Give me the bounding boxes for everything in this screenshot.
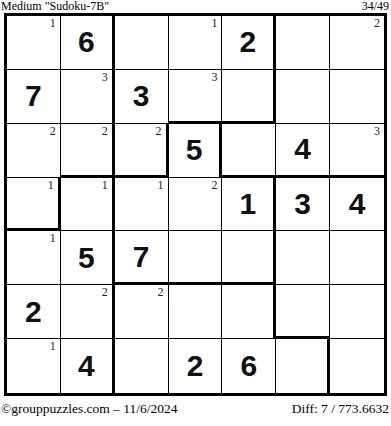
corner-hint: 2 xyxy=(102,125,108,137)
cell-r7c6[interactable] xyxy=(276,339,330,393)
given-digit: 5 xyxy=(61,231,112,284)
cell-r4c7: 4 xyxy=(330,178,384,232)
cell-r7c1[interactable]: 1 xyxy=(7,339,61,393)
cell-r5c5[interactable] xyxy=(222,231,276,285)
cell-counter: 34/49 xyxy=(362,0,389,12)
cell-r4c1[interactable]: 1 xyxy=(7,178,61,232)
given-digit: 2 xyxy=(222,16,273,69)
given-digit: 7 xyxy=(7,70,60,123)
given-digit: 4 xyxy=(330,178,384,231)
corner-hint: 1 xyxy=(48,179,54,191)
cell-r1c6[interactable] xyxy=(276,16,330,70)
cell-r1c2: 6 xyxy=(61,16,115,70)
given-digit: 3 xyxy=(115,70,168,123)
cell-r3c6: 4 xyxy=(276,124,330,178)
corner-hint: 2 xyxy=(158,286,164,298)
given-digit: 3 xyxy=(276,178,329,231)
given-digit: 6 xyxy=(222,339,275,393)
cell-r4c2[interactable]: 1 xyxy=(61,178,115,232)
copyright-date: ©grouppuzzles.com – 11/6/2024 xyxy=(1,402,178,416)
cell-r6c1: 2 xyxy=(7,285,61,339)
cell-r7c4: 2 xyxy=(169,339,223,393)
cell-r4c5: 1 xyxy=(222,178,276,232)
given-digit: 7 xyxy=(115,231,168,282)
cell-r1c4[interactable]: 1 xyxy=(169,16,223,70)
cell-r3c1[interactable]: 2 xyxy=(7,124,61,178)
cell-r6c4[interactable] xyxy=(169,285,223,339)
corner-hint: 2 xyxy=(156,125,162,137)
cell-r5c3: 7 xyxy=(115,231,169,285)
cell-r4c6: 3 xyxy=(276,178,330,232)
corner-hint: 1 xyxy=(211,17,217,29)
corner-hint: 2 xyxy=(50,125,56,137)
given-digit: 4 xyxy=(61,339,112,393)
cell-r3c7[interactable]: 3 xyxy=(330,124,384,178)
corner-hint: 3 xyxy=(211,71,217,83)
cell-r2c2[interactable]: 3 xyxy=(61,70,115,124)
corner-hint: 2 xyxy=(374,17,380,29)
given-digit: 1 xyxy=(222,178,273,231)
corner-hint: 3 xyxy=(374,125,380,137)
cell-r7c5: 6 xyxy=(222,339,276,393)
sudoku-board: 16122733322254311121341572221426 xyxy=(4,13,387,396)
corner-hint: 1 xyxy=(50,340,56,352)
corner-hint: 1 xyxy=(50,232,56,244)
cell-r5c7[interactable] xyxy=(330,231,384,285)
cell-r6c5[interactable] xyxy=(222,285,276,339)
cell-r2c4[interactable]: 3 xyxy=(169,70,223,124)
cell-r1c7[interactable]: 2 xyxy=(330,16,384,70)
cell-r6c2[interactable]: 2 xyxy=(61,285,115,339)
cell-r2c1: 7 xyxy=(7,70,61,124)
cell-r7c3[interactable] xyxy=(115,339,169,393)
cell-r4c3[interactable]: 1 xyxy=(115,178,169,232)
cell-r5c4[interactable] xyxy=(169,231,223,285)
cell-r2c6[interactable] xyxy=(276,70,330,124)
cell-r2c3: 3 xyxy=(115,70,169,124)
cell-r7c2: 4 xyxy=(61,339,115,393)
cell-r2c7[interactable] xyxy=(330,70,384,124)
cell-r4c4[interactable]: 2 xyxy=(169,178,223,232)
header: Medium "Sudoku-7B" 34/49 xyxy=(0,0,391,13)
cell-r1c3[interactable] xyxy=(115,16,169,70)
cell-r3c3[interactable]: 2 xyxy=(115,124,169,178)
cell-r5c1[interactable]: 1 xyxy=(7,231,61,285)
cell-r3c2[interactable]: 2 xyxy=(61,124,115,178)
cell-r6c6[interactable] xyxy=(276,285,330,339)
cell-r2c5[interactable] xyxy=(222,70,276,124)
cell-r6c3[interactable]: 2 xyxy=(115,285,169,339)
corner-hint: 1 xyxy=(50,17,56,29)
cell-r5c2: 5 xyxy=(61,231,115,285)
given-digit: 6 xyxy=(61,16,112,69)
footer: ©grouppuzzles.com – 11/6/2024 Diff: 7 / … xyxy=(0,402,391,416)
corner-hint: 3 xyxy=(102,71,108,83)
cell-r1c5: 2 xyxy=(222,16,276,70)
given-digit: 2 xyxy=(169,339,222,393)
corner-hint: 1 xyxy=(158,179,164,191)
given-digit: 5 xyxy=(169,124,220,177)
cell-r1c1[interactable]: 1 xyxy=(7,16,61,70)
corner-hint: 2 xyxy=(211,179,217,191)
given-digit: 2 xyxy=(7,285,60,338)
difficulty: Diff: 7 / 773.6632 xyxy=(292,402,389,416)
corner-hint: 2 xyxy=(102,286,108,298)
corner-hint: 1 xyxy=(102,179,108,191)
cell-r3c5[interactable] xyxy=(222,124,276,178)
given-digit: 4 xyxy=(276,124,329,175)
puzzle-page: Medium "Sudoku-7B" 34/49 161227333222543… xyxy=(0,0,391,426)
cell-r3c4: 5 xyxy=(169,124,223,178)
cell-r7c7[interactable] xyxy=(330,339,384,393)
cell-r6c7[interactable] xyxy=(330,285,384,339)
puzzle-title: Medium "Sudoku-7B" xyxy=(1,0,109,12)
cell-r5c6[interactable] xyxy=(276,231,330,285)
